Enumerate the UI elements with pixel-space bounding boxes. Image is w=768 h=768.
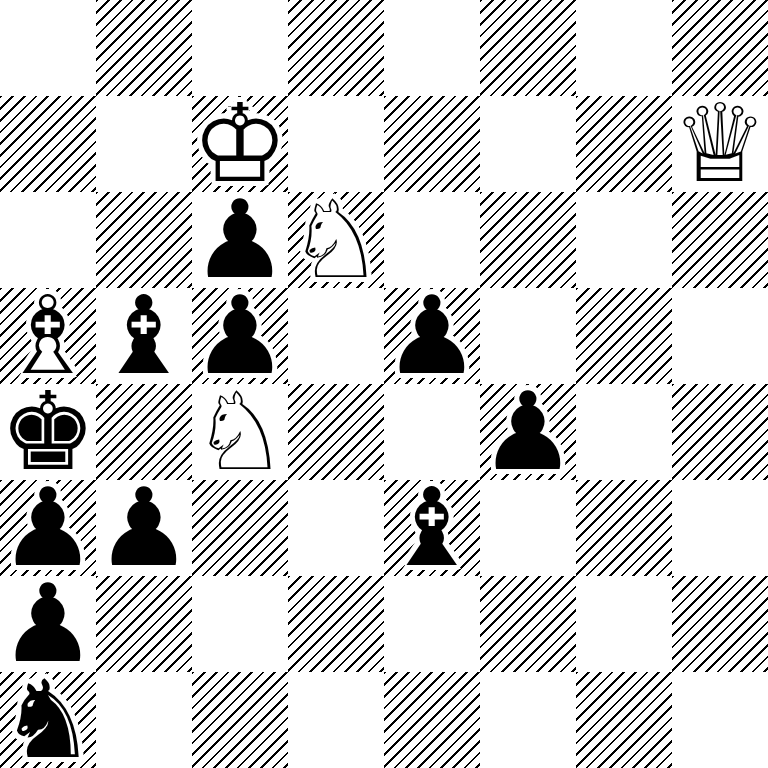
square-g4[interactable] bbox=[576, 384, 672, 480]
square-b1[interactable] bbox=[96, 672, 192, 768]
square-f1[interactable] bbox=[480, 672, 576, 768]
square-d1[interactable] bbox=[288, 672, 384, 768]
black-bishop-glyph: ♝ bbox=[96, 288, 192, 384]
chess-piece-black-pawn[interactable]: ♟♟ bbox=[96, 480, 192, 576]
square-f4[interactable]: ♟♟ bbox=[480, 384, 576, 480]
black-bishop-glyph: ♝ bbox=[384, 480, 480, 576]
square-b7[interactable] bbox=[96, 96, 192, 192]
square-f3[interactable] bbox=[480, 480, 576, 576]
white-queen-glyph: ♕ bbox=[672, 96, 768, 192]
square-e1[interactable] bbox=[384, 672, 480, 768]
square-d8[interactable] bbox=[288, 0, 384, 96]
square-h6[interactable] bbox=[672, 192, 768, 288]
square-e7[interactable] bbox=[384, 96, 480, 192]
square-d5[interactable] bbox=[288, 288, 384, 384]
square-h1[interactable] bbox=[672, 672, 768, 768]
square-f7[interactable] bbox=[480, 96, 576, 192]
square-f8[interactable] bbox=[480, 0, 576, 96]
square-h7[interactable]: ♛♕ bbox=[672, 96, 768, 192]
square-b2[interactable] bbox=[96, 576, 192, 672]
square-d2[interactable] bbox=[288, 576, 384, 672]
chess-piece-black-bishop[interactable]: ♝♝ bbox=[384, 480, 480, 576]
black-pawn-glyph: ♟ bbox=[480, 384, 576, 480]
chess-piece-black-knight[interactable]: ♞♞ bbox=[0, 672, 96, 768]
square-f6[interactable] bbox=[480, 192, 576, 288]
white-knight-glyph: ♘ bbox=[192, 384, 288, 480]
square-a8[interactable] bbox=[0, 0, 96, 96]
square-e3[interactable]: ♝♝ bbox=[384, 480, 480, 576]
square-b3[interactable]: ♟♟ bbox=[96, 480, 192, 576]
chess-piece-black-bishop[interactable]: ♝♝ bbox=[96, 288, 192, 384]
square-a1[interactable]: ♞♞ bbox=[0, 672, 96, 768]
black-knight-glyph: ♞ bbox=[0, 672, 96, 768]
square-c2[interactable] bbox=[192, 576, 288, 672]
square-c4[interactable]: ♞♘ bbox=[192, 384, 288, 480]
chess-piece-white-knight[interactable]: ♞♘ bbox=[288, 192, 384, 288]
square-c1[interactable] bbox=[192, 672, 288, 768]
square-b5[interactable]: ♝♝ bbox=[96, 288, 192, 384]
chess-board: ♚♔♛♕♟♟♞♘♝♗♝♝♟♟♟♟♚♚♞♘♟♟♟♟♟♟♝♝♟♟♞♞ bbox=[0, 0, 768, 768]
square-g1[interactable] bbox=[576, 672, 672, 768]
square-g7[interactable] bbox=[576, 96, 672, 192]
square-e8[interactable] bbox=[384, 0, 480, 96]
square-c3[interactable] bbox=[192, 480, 288, 576]
square-d6[interactable]: ♞♘ bbox=[288, 192, 384, 288]
square-g5[interactable] bbox=[576, 288, 672, 384]
chess-piece-white-knight[interactable]: ♞♘ bbox=[192, 384, 288, 480]
square-g2[interactable] bbox=[576, 576, 672, 672]
square-h4[interactable] bbox=[672, 384, 768, 480]
black-pawn-glyph: ♟ bbox=[384, 288, 480, 384]
chess-piece-black-pawn[interactable]: ♟♟ bbox=[480, 384, 576, 480]
square-g6[interactable] bbox=[576, 192, 672, 288]
square-h3[interactable] bbox=[672, 480, 768, 576]
square-a7[interactable] bbox=[0, 96, 96, 192]
square-f2[interactable] bbox=[480, 576, 576, 672]
square-h2[interactable] bbox=[672, 576, 768, 672]
square-h5[interactable] bbox=[672, 288, 768, 384]
chess-piece-white-queen[interactable]: ♛♕ bbox=[672, 96, 768, 192]
square-b8[interactable] bbox=[96, 0, 192, 96]
chess-piece-black-pawn[interactable]: ♟♟ bbox=[384, 288, 480, 384]
white-knight-glyph: ♘ bbox=[288, 192, 384, 288]
square-g3[interactable] bbox=[576, 480, 672, 576]
square-e2[interactable] bbox=[384, 576, 480, 672]
square-e5[interactable]: ♟♟ bbox=[384, 288, 480, 384]
square-g8[interactable] bbox=[576, 0, 672, 96]
black-pawn-glyph: ♟ bbox=[96, 480, 192, 576]
square-d4[interactable] bbox=[288, 384, 384, 480]
square-d3[interactable] bbox=[288, 480, 384, 576]
